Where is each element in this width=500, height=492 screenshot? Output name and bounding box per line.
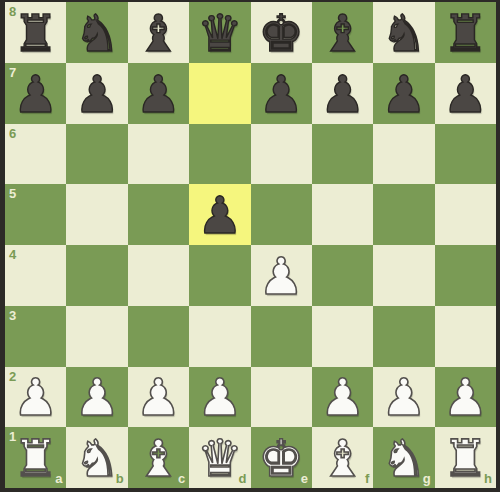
piece-black-bishop-f8[interactable]: ♝ [320,8,366,59]
piece-black-pawn-e7[interactable]: ♟ [258,69,304,120]
square-a1[interactable]: 1a♜ [5,427,66,488]
rank-label-6: 6 [9,127,16,140]
rank-label-3: 3 [9,309,16,322]
square-d8[interactable]: ♛ [189,2,250,63]
piece-white-queen-d1[interactable]: ♛ [197,433,243,484]
square-f2[interactable]: ♟ [312,367,373,428]
square-h8[interactable]: ♜ [435,2,496,63]
piece-white-knight-g1[interactable]: ♞ [381,433,427,484]
square-e2[interactable] [251,367,312,428]
square-a6[interactable]: 6 [5,124,66,185]
square-e3[interactable] [251,306,312,367]
piece-black-knight-b8[interactable]: ♞ [74,8,120,59]
piece-white-bishop-f1[interactable]: ♝ [320,433,366,484]
square-d1[interactable]: d♛ [189,427,250,488]
piece-white-pawn-a2[interactable]: ♟ [13,372,59,423]
piece-white-bishop-c1[interactable]: ♝ [136,433,182,484]
piece-black-knight-g8[interactable]: ♞ [381,8,427,59]
piece-white-king-e1[interactable]: ♚ [258,433,304,484]
square-h6[interactable] [435,124,496,185]
square-f8[interactable]: ♝ [312,2,373,63]
square-a8[interactable]: 8♜ [5,2,66,63]
square-f7[interactable]: ♟ [312,63,373,124]
square-g6[interactable] [373,124,434,185]
square-c1[interactable]: c♝ [128,427,189,488]
piece-black-pawn-h7[interactable]: ♟ [442,69,488,120]
square-c2[interactable]: ♟ [128,367,189,428]
square-g4[interactable] [373,245,434,306]
square-e5[interactable] [251,184,312,245]
piece-white-pawn-d2[interactable]: ♟ [197,372,243,423]
square-e7[interactable]: ♟ [251,63,312,124]
piece-black-bishop-c8[interactable]: ♝ [136,8,182,59]
square-e4[interactable]: ♟ [251,245,312,306]
piece-black-pawn-c7[interactable]: ♟ [136,69,182,120]
piece-white-pawn-b2[interactable]: ♟ [74,372,120,423]
piece-black-pawn-f7[interactable]: ♟ [320,69,366,120]
square-h4[interactable] [435,245,496,306]
square-b5[interactable] [66,184,127,245]
square-g3[interactable] [373,306,434,367]
rank-label-5: 5 [9,187,16,200]
square-c6[interactable] [128,124,189,185]
square-c4[interactable] [128,245,189,306]
piece-black-queen-d8[interactable]: ♛ [197,8,243,59]
piece-white-rook-h1[interactable]: ♜ [442,433,488,484]
piece-black-pawn-g7[interactable]: ♟ [381,69,427,120]
square-d4[interactable] [189,245,250,306]
square-a7[interactable]: 7♟ [5,63,66,124]
piece-white-rook-a1[interactable]: ♜ [13,433,59,484]
piece-white-pawn-e4[interactable]: ♟ [258,251,304,302]
square-h5[interactable] [435,184,496,245]
square-b8[interactable]: ♞ [66,2,127,63]
rank-label-4: 4 [9,248,16,261]
square-g1[interactable]: g♞ [373,427,434,488]
square-g2[interactable]: ♟ [373,367,434,428]
square-c5[interactable] [128,184,189,245]
square-b2[interactable]: ♟ [66,367,127,428]
square-d7[interactable] [189,63,250,124]
square-h1[interactable]: h♜ [435,427,496,488]
square-f4[interactable] [312,245,373,306]
piece-black-pawn-d5[interactable]: ♟ [197,190,243,241]
square-c7[interactable]: ♟ [128,63,189,124]
square-f3[interactable] [312,306,373,367]
square-c3[interactable] [128,306,189,367]
square-h3[interactable] [435,306,496,367]
square-d3[interactable] [189,306,250,367]
square-e1[interactable]: e♚ [251,427,312,488]
square-d2[interactable]: ♟ [189,367,250,428]
square-a3[interactable]: 3 [5,306,66,367]
square-f1[interactable]: f♝ [312,427,373,488]
square-a5[interactable]: 5 [5,184,66,245]
chess-board: 8♜♞♝♛♚♝♞♜7♟♟♟♟♟♟♟65♟4♟32♟♟♟♟♟♟♟1a♜b♞c♝d♛… [5,2,496,488]
square-b4[interactable] [66,245,127,306]
piece-white-pawn-h2[interactable]: ♟ [442,372,488,423]
piece-white-knight-b1[interactable]: ♞ [74,433,120,484]
piece-white-pawn-f2[interactable]: ♟ [320,372,366,423]
square-e6[interactable] [251,124,312,185]
piece-white-pawn-c2[interactable]: ♟ [136,372,182,423]
square-d5[interactable]: ♟ [189,184,250,245]
piece-black-rook-h8[interactable]: ♜ [442,8,488,59]
piece-black-rook-a8[interactable]: ♜ [13,8,59,59]
board-container: 8♜♞♝♛♚♝♞♜7♟♟♟♟♟♟♟65♟4♟32♟♟♟♟♟♟♟1a♜b♞c♝d♛… [0,0,500,492]
square-g7[interactable]: ♟ [373,63,434,124]
piece-black-pawn-a7[interactable]: ♟ [13,69,59,120]
square-b6[interactable] [66,124,127,185]
square-b3[interactable] [66,306,127,367]
square-b1[interactable]: b♞ [66,427,127,488]
piece-white-pawn-g2[interactable]: ♟ [381,372,427,423]
square-b7[interactable]: ♟ [66,63,127,124]
square-h7[interactable]: ♟ [435,63,496,124]
square-f6[interactable] [312,124,373,185]
square-c8[interactable]: ♝ [128,2,189,63]
square-a2[interactable]: 2♟ [5,367,66,428]
square-e8[interactable]: ♚ [251,2,312,63]
piece-black-pawn-b7[interactable]: ♟ [74,69,120,120]
square-f5[interactable] [312,184,373,245]
square-g8[interactable]: ♞ [373,2,434,63]
piece-black-king-e8[interactable]: ♚ [258,8,304,59]
square-g5[interactable] [373,184,434,245]
file-label-f: f [365,472,369,485]
square-h2[interactable]: ♟ [435,367,496,428]
square-a4[interactable]: 4 [5,245,66,306]
square-d6[interactable] [189,124,250,185]
